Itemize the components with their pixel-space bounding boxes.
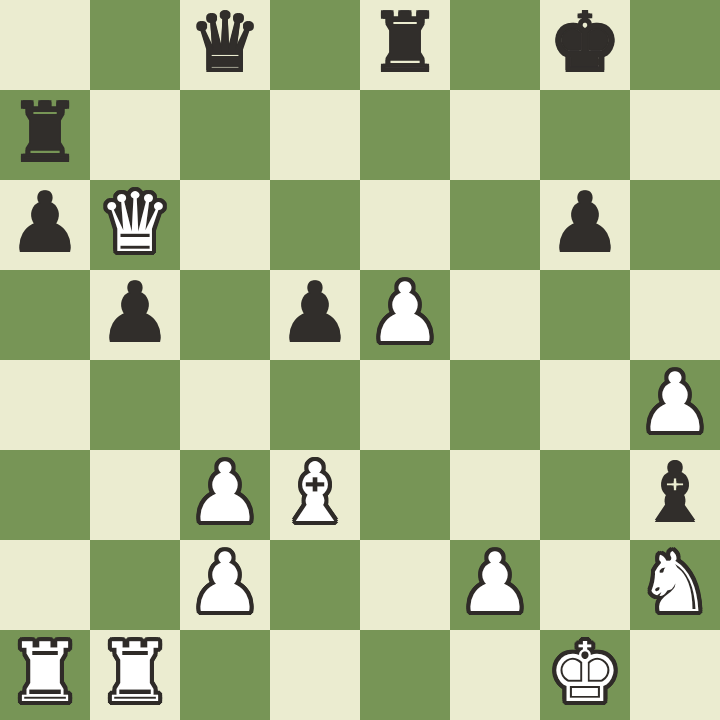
square-c4[interactable] xyxy=(180,360,270,450)
square-b5[interactable]: ♟ xyxy=(90,270,180,360)
white-queen[interactable]: ♛ xyxy=(98,178,172,268)
square-e5[interactable]: ♟ xyxy=(360,270,450,360)
square-e3[interactable] xyxy=(360,450,450,540)
black-pawn[interactable]: ♟ xyxy=(98,268,172,358)
square-b8[interactable] xyxy=(90,0,180,90)
square-f7[interactable] xyxy=(450,90,540,180)
square-h6[interactable] xyxy=(630,180,720,270)
black-pawn[interactable]: ♟ xyxy=(278,268,352,358)
square-h8[interactable] xyxy=(630,0,720,90)
square-b4[interactable] xyxy=(90,360,180,450)
white-pawn[interactable]: ♟ xyxy=(368,268,442,358)
square-b2[interactable] xyxy=(90,540,180,630)
square-h5[interactable] xyxy=(630,270,720,360)
square-f8[interactable] xyxy=(450,0,540,90)
square-d5[interactable]: ♟ xyxy=(270,270,360,360)
square-c7[interactable] xyxy=(180,90,270,180)
white-knight[interactable]: ♞ xyxy=(638,538,712,628)
square-a4[interactable] xyxy=(0,360,90,450)
square-d4[interactable] xyxy=(270,360,360,450)
square-c2[interactable]: ♟ xyxy=(180,540,270,630)
white-pawn[interactable]: ♟ xyxy=(188,538,262,628)
square-g1[interactable]: ♚ xyxy=(540,630,630,720)
square-a8[interactable] xyxy=(0,0,90,90)
square-b3[interactable] xyxy=(90,450,180,540)
black-rook[interactable]: ♜ xyxy=(368,0,442,88)
black-king[interactable]: ♚ xyxy=(548,0,622,88)
square-f6[interactable] xyxy=(450,180,540,270)
white-pawn[interactable]: ♟ xyxy=(638,358,712,448)
square-e4[interactable] xyxy=(360,360,450,450)
square-c3[interactable]: ♟ xyxy=(180,450,270,540)
square-d6[interactable] xyxy=(270,180,360,270)
square-d2[interactable] xyxy=(270,540,360,630)
square-d8[interactable] xyxy=(270,0,360,90)
white-pawn[interactable]: ♟ xyxy=(458,538,532,628)
square-e6[interactable] xyxy=(360,180,450,270)
square-g6[interactable]: ♟ xyxy=(540,180,630,270)
square-g8[interactable]: ♚ xyxy=(540,0,630,90)
square-g3[interactable] xyxy=(540,450,630,540)
square-a3[interactable] xyxy=(0,450,90,540)
square-d3[interactable]: ♝ xyxy=(270,450,360,540)
square-c5[interactable] xyxy=(180,270,270,360)
square-a6[interactable]: ♟ xyxy=(0,180,90,270)
square-g4[interactable] xyxy=(540,360,630,450)
white-rook[interactable]: ♜ xyxy=(8,628,82,718)
square-a7[interactable]: ♜ xyxy=(0,90,90,180)
square-h3[interactable]: ♝ xyxy=(630,450,720,540)
chess-board[interactable]: ♛♜♚♜♟♛♟♟♟♟♟♟♝♝♟♟♞♜♜♚ xyxy=(0,0,720,720)
square-e2[interactable] xyxy=(360,540,450,630)
square-f5[interactable] xyxy=(450,270,540,360)
square-g2[interactable] xyxy=(540,540,630,630)
square-b7[interactable] xyxy=(90,90,180,180)
square-c1[interactable] xyxy=(180,630,270,720)
square-h4[interactable]: ♟ xyxy=(630,360,720,450)
black-bishop[interactable]: ♝ xyxy=(638,448,712,538)
square-a5[interactable] xyxy=(0,270,90,360)
square-f1[interactable] xyxy=(450,630,540,720)
square-e1[interactable] xyxy=(360,630,450,720)
white-bishop[interactable]: ♝ xyxy=(278,448,352,538)
square-c8[interactable]: ♛ xyxy=(180,0,270,90)
black-pawn[interactable]: ♟ xyxy=(548,178,622,268)
square-e8[interactable]: ♜ xyxy=(360,0,450,90)
square-b6[interactable]: ♛ xyxy=(90,180,180,270)
square-a2[interactable] xyxy=(0,540,90,630)
black-queen[interactable]: ♛ xyxy=(188,0,262,88)
square-g7[interactable] xyxy=(540,90,630,180)
square-g5[interactable] xyxy=(540,270,630,360)
square-d1[interactable] xyxy=(270,630,360,720)
square-c6[interactable] xyxy=(180,180,270,270)
square-b1[interactable]: ♜ xyxy=(90,630,180,720)
black-pawn[interactable]: ♟ xyxy=(8,178,82,268)
square-a1[interactable]: ♜ xyxy=(0,630,90,720)
black-rook[interactable]: ♜ xyxy=(8,88,82,178)
square-f2[interactable]: ♟ xyxy=(450,540,540,630)
square-h1[interactable] xyxy=(630,630,720,720)
square-h7[interactable] xyxy=(630,90,720,180)
white-pawn[interactable]: ♟ xyxy=(188,448,262,538)
square-e7[interactable] xyxy=(360,90,450,180)
square-h2[interactable]: ♞ xyxy=(630,540,720,630)
square-f3[interactable] xyxy=(450,450,540,540)
white-rook[interactable]: ♜ xyxy=(98,628,172,718)
square-f4[interactable] xyxy=(450,360,540,450)
white-king[interactable]: ♚ xyxy=(548,628,622,718)
square-d7[interactable] xyxy=(270,90,360,180)
